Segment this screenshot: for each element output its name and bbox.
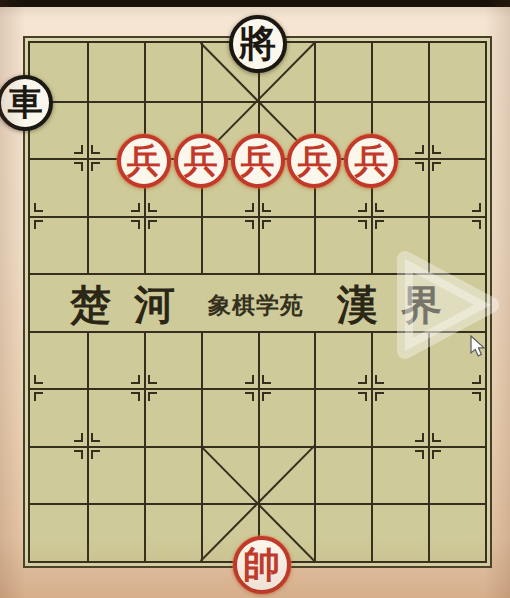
position-marker: [245, 203, 254, 212]
position-marker: [34, 375, 43, 384]
river-watermark: 象棋学苑: [208, 292, 304, 318]
position-marker: [375, 375, 384, 384]
top-letterbox-bar: [0, 0, 510, 7]
board-cell: [201, 446, 258, 504]
board-cell: [428, 503, 485, 561]
piece-glyph: 兵: [354, 138, 388, 184]
position-marker: [472, 203, 481, 212]
position-marker: [432, 162, 441, 171]
piece-glyph: 兵: [297, 138, 331, 184]
board-cell: [258, 446, 315, 504]
xiangqi-app: 楚河 象棋学苑 漢界 將車兵兵兵兵兵帥: [0, 0, 510, 598]
black-chariot-piece[interactable]: 車: [0, 75, 53, 131]
position-marker: [245, 375, 254, 384]
position-marker: [91, 145, 100, 154]
position-marker: [472, 392, 481, 401]
board-cell: [144, 503, 201, 561]
position-marker: [415, 162, 424, 171]
position-marker: [415, 145, 424, 154]
board-cell: [87, 43, 144, 101]
position-marker: [91, 162, 100, 171]
position-marker: [375, 392, 384, 401]
red-soldier-3-piece[interactable]: 兵: [231, 134, 285, 188]
position-marker: [148, 392, 157, 401]
board-cell: [144, 446, 201, 504]
board-cell: [371, 503, 428, 561]
position-marker: [358, 392, 367, 401]
position-marker: [74, 162, 83, 171]
piece-glyph: 兵: [241, 138, 275, 184]
piece-glyph: 車: [8, 79, 43, 126]
board-cell: [314, 43, 371, 101]
board-cell: [87, 503, 144, 561]
board-cell: [371, 43, 428, 101]
position-marker: [432, 433, 441, 442]
position-marker: [262, 375, 271, 384]
board-cell: [314, 503, 371, 561]
position-marker: [375, 220, 384, 229]
board-cell: [144, 43, 201, 101]
black-general-piece[interactable]: 將: [229, 15, 287, 73]
position-marker: [34, 203, 43, 212]
piece-glyph: 將: [239, 19, 276, 69]
position-marker: [91, 450, 100, 459]
position-marker: [131, 203, 140, 212]
position-marker: [432, 450, 441, 459]
position-marker: [472, 220, 481, 229]
position-marker: [375, 203, 384, 212]
position-marker: [262, 220, 271, 229]
position-marker: [34, 220, 43, 229]
position-marker: [245, 220, 254, 229]
piece-glyph: 帥: [243, 540, 280, 590]
board-cell: [314, 446, 371, 504]
position-marker: [432, 145, 441, 154]
piece-glyph: 兵: [127, 138, 161, 184]
position-marker: [148, 375, 157, 384]
position-marker: [74, 450, 83, 459]
position-marker: [262, 203, 271, 212]
position-marker: [148, 220, 157, 229]
position-marker: [131, 220, 140, 229]
piece-glyph: 兵: [184, 138, 218, 184]
red-soldier-5-piece[interactable]: 兵: [344, 134, 398, 188]
position-marker: [131, 392, 140, 401]
board-cell: [428, 43, 485, 101]
position-marker: [415, 433, 424, 442]
position-marker: [472, 375, 481, 384]
position-marker: [358, 220, 367, 229]
position-marker: [358, 375, 367, 384]
red-general-piece[interactable]: 帥: [233, 536, 291, 594]
position-marker: [358, 203, 367, 212]
position-marker: [245, 392, 254, 401]
red-soldier-2-piece[interactable]: 兵: [174, 134, 228, 188]
position-marker: [148, 203, 157, 212]
mouse-cursor-icon: [470, 335, 490, 359]
red-soldier-1-piece[interactable]: 兵: [117, 134, 171, 188]
position-marker: [415, 450, 424, 459]
position-marker: [262, 392, 271, 401]
position-marker: [74, 145, 83, 154]
position-marker: [74, 433, 83, 442]
river-label-chu-he: 楚河: [70, 284, 198, 326]
position-marker: [34, 392, 43, 401]
position-marker: [131, 375, 140, 384]
board-cell: [30, 503, 87, 561]
position-marker: [91, 433, 100, 442]
